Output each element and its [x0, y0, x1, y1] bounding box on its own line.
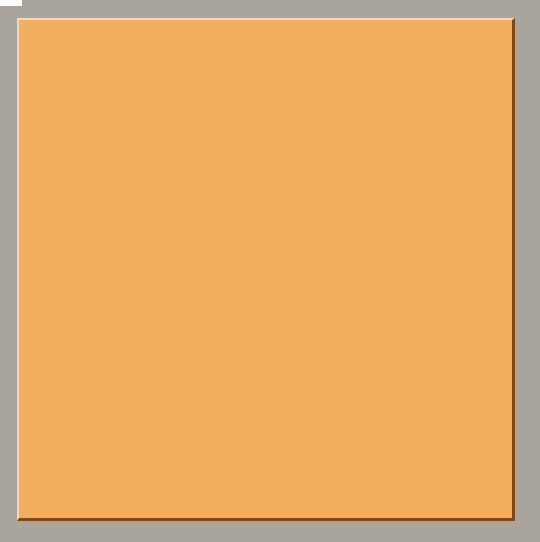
window-corner-sliver [0, 0, 22, 6]
stones-layer [19, 21, 522, 514]
go-app-window [0, 0, 540, 542]
